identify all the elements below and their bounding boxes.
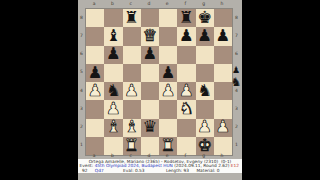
- file-label-h: h: [213, 1, 231, 7]
- piece-black-queen: ♛: [142, 119, 157, 136]
- square-g2[interactable]: ♟: [196, 119, 214, 137]
- square-b6[interactable]: ♟: [104, 46, 122, 64]
- piece-black-bishop: ♝: [106, 28, 121, 45]
- rank-label-2: 2: [233, 118, 240, 136]
- move-number: 92: [82, 168, 87, 173]
- square-c4[interactable]: ♟: [123, 82, 141, 100]
- piece-white-bishop: ♝: [106, 119, 121, 136]
- square-e2[interactable]: [159, 119, 177, 137]
- piece-black-pawn: ♟: [88, 64, 103, 81]
- square-h2[interactable]: ♟: [214, 119, 232, 137]
- piece-white-pawn: ♟: [215, 119, 230, 136]
- rank-label-6: 6: [233, 45, 240, 63]
- square-e5[interactable]: ♟: [159, 64, 177, 82]
- rank-label-4: 4: [78, 81, 85, 99]
- square-f3[interactable]: ♞: [177, 100, 195, 118]
- file-label-c: c: [122, 1, 140, 7]
- square-d4[interactable]: [141, 82, 159, 100]
- square-f7[interactable]: ♟: [177, 27, 195, 45]
- square-h7[interactable]: ♟: [214, 27, 232, 45]
- square-c3[interactable]: [123, 100, 141, 118]
- piece-white-knight: ♞: [179, 101, 194, 118]
- square-b4[interactable]: ♞: [104, 82, 122, 100]
- piece-white-king: ♚: [197, 137, 212, 154]
- file-label-b: b: [103, 1, 121, 7]
- square-a2[interactable]: [86, 119, 104, 137]
- square-b7[interactable]: ♝: [104, 27, 122, 45]
- video-frame: abcdefgh 87654321 ♜♜♚♝♛♟♟♟♟♟♟♟♟♞♟♟♟♞♟♞♝♝…: [0, 0, 320, 180]
- piece-black-rook: ♜: [179, 9, 194, 26]
- square-c5[interactable]: [123, 64, 141, 82]
- chess-board: ♜♜♚♝♛♟♟♟♟♟♟♟♟♞♟♟♟♞♟♞♝♝♛♟♟♜♜♚: [85, 8, 233, 156]
- rank-label-5: 5: [78, 63, 85, 81]
- square-f2[interactable]: [177, 119, 195, 137]
- square-e3[interactable]: [159, 100, 177, 118]
- rank-label-3: 3: [78, 99, 85, 117]
- piece-black-pawn: ♟: [106, 46, 121, 63]
- square-h6[interactable]: [214, 46, 232, 64]
- square-a6[interactable]: [86, 46, 104, 64]
- rank-label-7: 7: [233, 26, 240, 44]
- square-c2[interactable]: ♝: [123, 119, 141, 137]
- square-g3[interactable]: [196, 100, 214, 118]
- material-balance: Material: 0: [196, 168, 219, 173]
- piece-black-pawn: ♟: [161, 64, 176, 81]
- file-labels-top: abcdefgh: [85, 1, 232, 7]
- captured-black-knight-icon: ♞: [231, 76, 242, 88]
- square-e8[interactable]: [159, 9, 177, 27]
- square-h8[interactable]: [214, 9, 232, 27]
- piece-white-rook: ♜: [124, 137, 139, 154]
- rank-label-6: 6: [78, 45, 85, 63]
- rank-label-8: 8: [233, 8, 240, 26]
- game-info-caption: Ortega Amarelle, Mariano (2365) - Rodset…: [78, 159, 242, 173]
- square-c8[interactable]: ♜: [123, 9, 141, 27]
- file-label-f: f: [176, 1, 194, 7]
- piece-black-pawn: ♟: [215, 28, 230, 45]
- piece-black-knight: ♞: [106, 82, 121, 99]
- square-f4[interactable]: ♟: [177, 82, 195, 100]
- piece-black-pawn: ♟: [197, 28, 212, 45]
- file-label-g: g: [195, 1, 213, 7]
- square-a5[interactable]: ♟: [86, 64, 104, 82]
- square-c7[interactable]: [123, 27, 141, 45]
- rank-label-3: 3: [233, 99, 240, 117]
- chess-app-panel: abcdefgh 87654321 ♜♜♚♝♛♟♟♟♟♟♟♟♟♞♟♟♟♞♟♞♝♝…: [78, 0, 242, 180]
- piece-white-queen: ♛: [142, 28, 157, 45]
- letterbox-left: [0, 0, 78, 180]
- piece-black-rook: ♜: [124, 9, 139, 26]
- file-label-a: a: [85, 1, 103, 7]
- rank-label-8: 8: [78, 8, 85, 26]
- piece-white-pawn: ♟: [106, 101, 121, 118]
- square-g7[interactable]: ♟: [196, 27, 214, 45]
- square-d8[interactable]: [141, 9, 159, 27]
- file-label-e: e: [158, 1, 176, 7]
- eval-value: Eval: 0.53: [123, 168, 144, 173]
- game-length: Length: 93: [166, 168, 189, 173]
- square-f5[interactable]: [177, 64, 195, 82]
- square-f6[interactable]: [177, 46, 195, 64]
- piece-white-pawn: ♟: [161, 82, 176, 99]
- square-d3[interactable]: [141, 100, 159, 118]
- square-a3[interactable]: [86, 100, 104, 118]
- rank-label-7: 7: [78, 26, 85, 44]
- captured-pieces-tray: ♟♞: [230, 66, 242, 88]
- last-move-link[interactable]: Qd7: [95, 168, 104, 173]
- square-a7[interactable]: [86, 27, 104, 45]
- piece-white-bishop: ♝: [124, 119, 139, 136]
- move-line: 92 Qd7 Eval: 0.53 Length: 93 Material: 0: [78, 169, 242, 174]
- square-c6[interactable]: [123, 46, 141, 64]
- square-a4[interactable]: ♟: [86, 82, 104, 100]
- square-e6[interactable]: [159, 46, 177, 64]
- eco-code: E12: [231, 163, 239, 168]
- letterbox-right: [242, 0, 320, 180]
- piece-black-knight: ♞: [197, 82, 212, 99]
- rank-labels-left: 87654321: [78, 8, 85, 155]
- piece-black-pawn: ♟: [142, 46, 157, 63]
- square-g6[interactable]: [196, 46, 214, 64]
- piece-white-pawn: ♟: [179, 82, 194, 99]
- square-e7[interactable]: [159, 27, 177, 45]
- square-d7[interactable]: ♛: [141, 27, 159, 45]
- piece-white-pawn: ♟: [197, 119, 212, 136]
- square-h3[interactable]: [214, 100, 232, 118]
- square-g5[interactable]: [196, 64, 214, 82]
- square-b8[interactable]: [104, 9, 122, 27]
- square-e4[interactable]: ♟: [159, 82, 177, 100]
- square-a8[interactable]: [86, 9, 104, 27]
- square-b5[interactable]: [104, 64, 122, 82]
- rank-label-1: 1: [78, 136, 85, 154]
- piece-black-king: ♚: [197, 9, 212, 26]
- piece-white-pawn: ♟: [124, 82, 139, 99]
- piece-white-rook: ♜: [161, 137, 176, 154]
- square-f8[interactable]: ♜: [177, 9, 195, 27]
- rank-label-2: 2: [78, 118, 85, 136]
- square-g8[interactable]: ♚: [196, 9, 214, 27]
- square-b3[interactable]: ♟: [104, 100, 122, 118]
- file-label-d: d: [140, 1, 158, 7]
- square-g4[interactable]: ♞: [196, 82, 214, 100]
- piece-black-pawn: ♟: [179, 28, 194, 45]
- square-b2[interactable]: ♝: [104, 119, 122, 137]
- square-d5[interactable]: [141, 64, 159, 82]
- square-d6[interactable]: ♟: [141, 46, 159, 64]
- captured-black-pawn-icon: ♟: [232, 66, 240, 75]
- rank-label-1: 1: [233, 136, 240, 154]
- piece-white-pawn: ♟: [88, 82, 103, 99]
- square-d2[interactable]: ♛: [141, 119, 159, 137]
